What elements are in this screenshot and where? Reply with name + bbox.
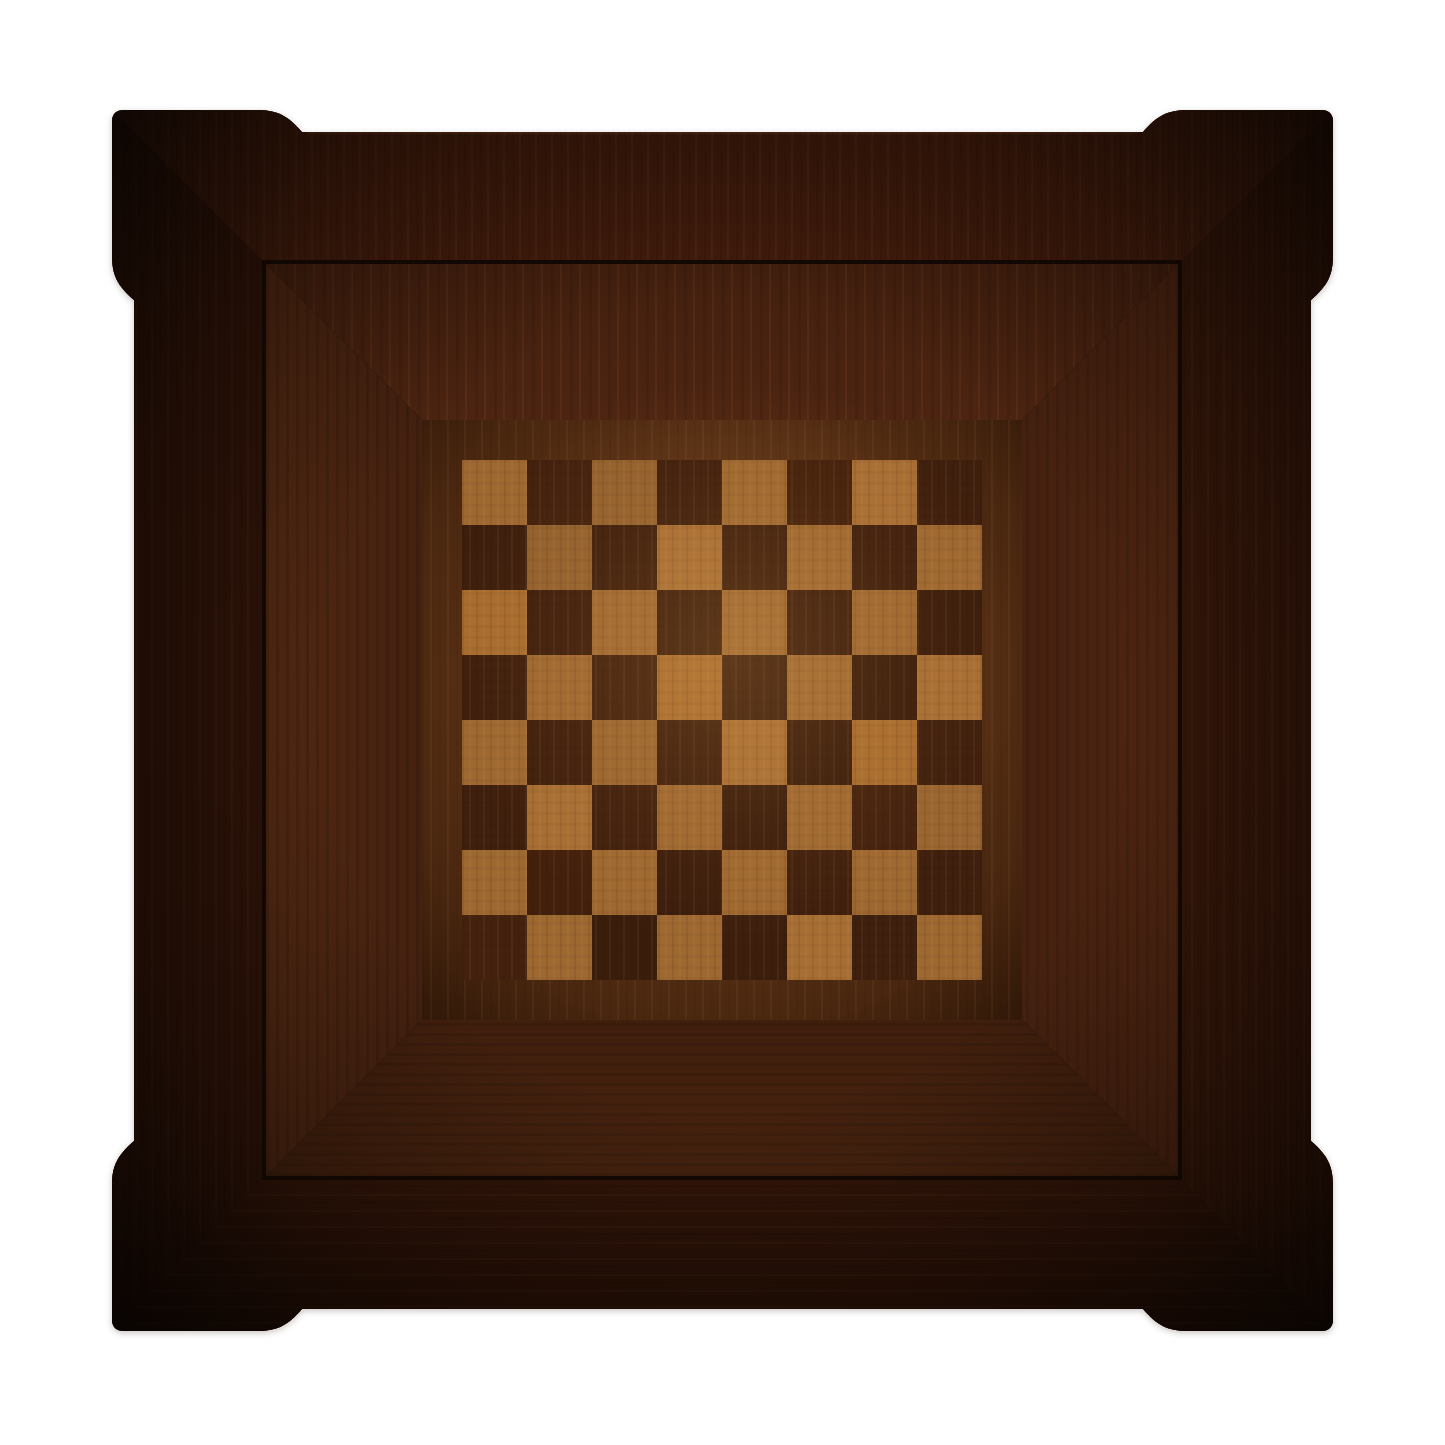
square-c2[interactable] xyxy=(592,850,657,915)
square-f3[interactable] xyxy=(787,785,852,850)
square-e4[interactable] xyxy=(722,720,787,785)
square-f6[interactable] xyxy=(787,590,852,655)
square-a1[interactable] xyxy=(462,915,527,980)
square-d8[interactable] xyxy=(657,460,722,525)
square-d2[interactable] xyxy=(657,850,722,915)
square-a4[interactable] xyxy=(462,720,527,785)
square-a2[interactable] xyxy=(462,850,527,915)
square-g3[interactable] xyxy=(852,785,917,850)
square-g1[interactable] xyxy=(852,915,917,980)
checkerboard xyxy=(462,460,982,980)
table-top-frame xyxy=(112,110,1333,1331)
square-e2[interactable] xyxy=(722,850,787,915)
square-b3[interactable] xyxy=(527,785,592,850)
square-e7[interactable] xyxy=(722,525,787,590)
square-h7[interactable] xyxy=(917,525,982,590)
square-f8[interactable] xyxy=(787,460,852,525)
recess-bevel-frame xyxy=(266,264,1178,1176)
square-f1[interactable] xyxy=(787,915,852,980)
square-d7[interactable] xyxy=(657,525,722,590)
square-a7[interactable] xyxy=(462,525,527,590)
square-b2[interactable] xyxy=(527,850,592,915)
square-f4[interactable] xyxy=(787,720,852,785)
square-h5[interactable] xyxy=(917,655,982,720)
board-insert-gap xyxy=(262,260,1182,1180)
square-g8[interactable] xyxy=(852,460,917,525)
square-c7[interactable] xyxy=(592,525,657,590)
square-h2[interactable] xyxy=(917,850,982,915)
square-f2[interactable] xyxy=(787,850,852,915)
square-a8[interactable] xyxy=(462,460,527,525)
square-g5[interactable] xyxy=(852,655,917,720)
square-b8[interactable] xyxy=(527,460,592,525)
square-c3[interactable] xyxy=(592,785,657,850)
square-c1[interactable] xyxy=(592,915,657,980)
recessed-panel-floor xyxy=(422,420,1022,1020)
square-c6[interactable] xyxy=(592,590,657,655)
square-b6[interactable] xyxy=(527,590,592,655)
square-e6[interactable] xyxy=(722,590,787,655)
square-h8[interactable] xyxy=(917,460,982,525)
square-c5[interactable] xyxy=(592,655,657,720)
square-h1[interactable] xyxy=(917,915,982,980)
square-f7[interactable] xyxy=(787,525,852,590)
square-d1[interactable] xyxy=(657,915,722,980)
square-b7[interactable] xyxy=(527,525,592,590)
square-a6[interactable] xyxy=(462,590,527,655)
square-e8[interactable] xyxy=(722,460,787,525)
square-c4[interactable] xyxy=(592,720,657,785)
square-g6[interactable] xyxy=(852,590,917,655)
square-g4[interactable] xyxy=(852,720,917,785)
square-d3[interactable] xyxy=(657,785,722,850)
square-c8[interactable] xyxy=(592,460,657,525)
square-b5[interactable] xyxy=(527,655,592,720)
square-b1[interactable] xyxy=(527,915,592,980)
game-table xyxy=(112,110,1333,1331)
square-e3[interactable] xyxy=(722,785,787,850)
square-f5[interactable] xyxy=(787,655,852,720)
square-e1[interactable] xyxy=(722,915,787,980)
square-a3[interactable] xyxy=(462,785,527,850)
square-h4[interactable] xyxy=(917,720,982,785)
square-h3[interactable] xyxy=(917,785,982,850)
square-d4[interactable] xyxy=(657,720,722,785)
square-a5[interactable] xyxy=(462,655,527,720)
square-g2[interactable] xyxy=(852,850,917,915)
square-g7[interactable] xyxy=(852,525,917,590)
square-d6[interactable] xyxy=(657,590,722,655)
square-e5[interactable] xyxy=(722,655,787,720)
square-b4[interactable] xyxy=(527,720,592,785)
square-h6[interactable] xyxy=(917,590,982,655)
square-d5[interactable] xyxy=(657,655,722,720)
